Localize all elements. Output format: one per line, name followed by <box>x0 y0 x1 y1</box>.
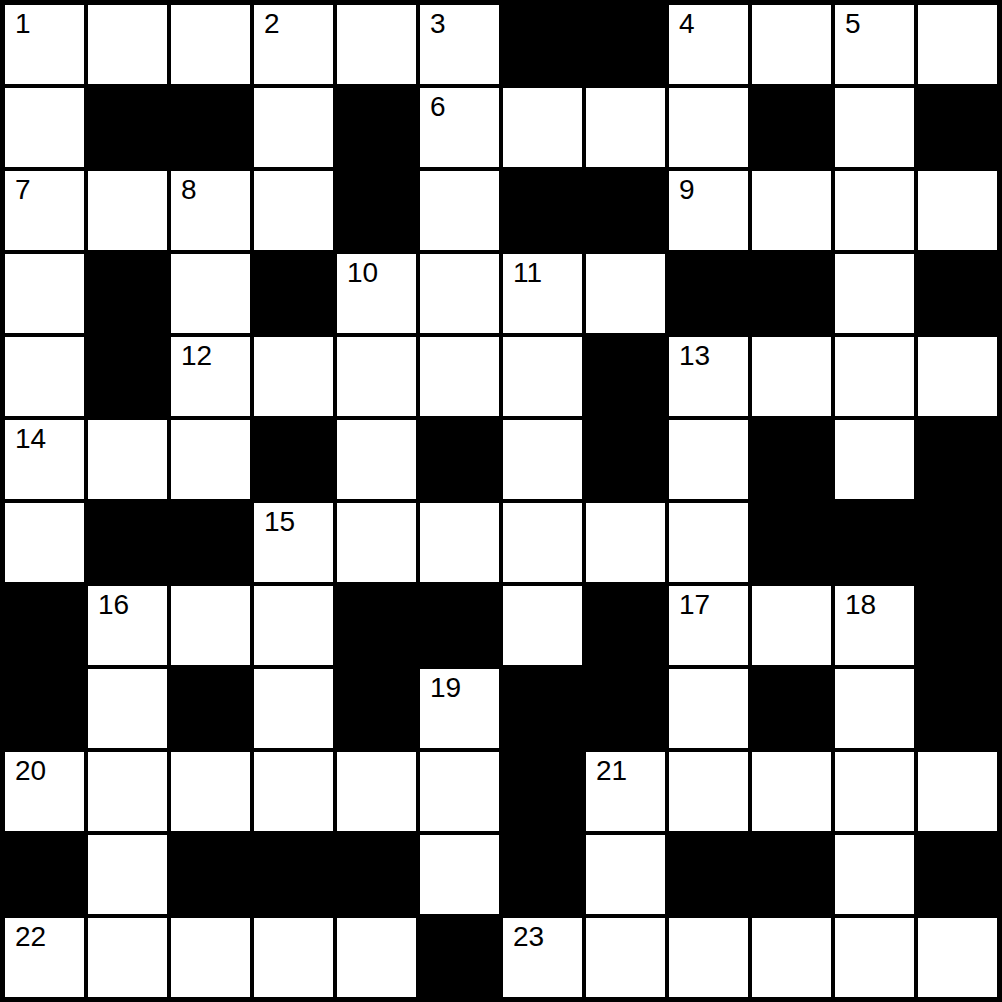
cell-2-4[interactable] <box>254 88 333 167</box>
clue-number-3: 3 <box>430 9 446 38</box>
block-4-12 <box>918 254 997 333</box>
cell-8-7[interactable] <box>503 586 582 665</box>
block-11-3 <box>171 835 250 914</box>
clue-number-11: 11 <box>513 258 542 287</box>
clue-number-12: 12 <box>181 341 212 370</box>
cell-3-10[interactable] <box>752 171 831 250</box>
cell-2-6[interactable]: 6 <box>420 88 499 167</box>
cell-12-1[interactable]: 22 <box>5 918 84 997</box>
clue-number-1: 1 <box>15 9 31 38</box>
cell-1-10[interactable] <box>752 5 831 84</box>
block-3-8 <box>586 171 665 250</box>
cell-3-2[interactable] <box>88 171 167 250</box>
block-8-5 <box>337 586 416 665</box>
block-8-8 <box>586 586 665 665</box>
cell-2-9[interactable] <box>669 88 748 167</box>
cell-5-1[interactable] <box>5 337 84 416</box>
cell-1-4[interactable]: 2 <box>254 5 333 84</box>
cell-2-11[interactable] <box>835 88 914 167</box>
block-1-8 <box>586 5 665 84</box>
cell-7-1[interactable] <box>5 503 84 582</box>
cell-3-11[interactable] <box>835 171 914 250</box>
block-2-5 <box>337 88 416 167</box>
block-4-2 <box>88 254 167 333</box>
cell-2-1[interactable] <box>5 88 84 167</box>
crossword-grid: 1234567891011121314151617181920212223 <box>0 0 1002 1002</box>
cell-12-5[interactable] <box>337 918 416 997</box>
clue-number-9: 9 <box>679 175 695 204</box>
cell-9-2[interactable] <box>88 669 167 748</box>
cell-8-3[interactable] <box>171 586 250 665</box>
block-4-9 <box>669 254 748 333</box>
block-11-1 <box>5 835 84 914</box>
cell-2-7[interactable] <box>503 88 582 167</box>
cell-7-6[interactable] <box>420 503 499 582</box>
cell-10-5[interactable] <box>337 752 416 831</box>
cell-3-3[interactable]: 8 <box>171 171 250 250</box>
block-6-4 <box>254 420 333 499</box>
block-9-3 <box>171 669 250 748</box>
block-6-10 <box>752 420 831 499</box>
cell-5-6[interactable] <box>420 337 499 416</box>
block-11-5 <box>337 835 416 914</box>
cell-11-6[interactable] <box>420 835 499 914</box>
cell-6-3[interactable] <box>171 420 250 499</box>
clue-number-23: 23 <box>513 922 544 951</box>
cell-12-8[interactable] <box>586 918 665 997</box>
clue-number-7: 7 <box>15 175 31 204</box>
cell-5-10[interactable] <box>752 337 831 416</box>
cell-6-7[interactable] <box>503 420 582 499</box>
clue-number-18: 18 <box>845 590 876 619</box>
clue-number-19: 19 <box>430 673 461 702</box>
cell-5-11[interactable] <box>835 337 914 416</box>
block-2-12 <box>918 88 997 167</box>
block-11-7 <box>503 835 582 914</box>
block-6-6 <box>420 420 499 499</box>
block-7-2 <box>88 503 167 582</box>
cell-8-10[interactable] <box>752 586 831 665</box>
cell-3-1[interactable]: 7 <box>5 171 84 250</box>
cell-10-3[interactable] <box>171 752 250 831</box>
block-9-10 <box>752 669 831 748</box>
cell-11-11[interactable] <box>835 835 914 914</box>
block-11-4 <box>254 835 333 914</box>
block-2-10 <box>752 88 831 167</box>
cell-8-9[interactable]: 17 <box>669 586 748 665</box>
cell-5-9[interactable]: 13 <box>669 337 748 416</box>
cell-6-11[interactable] <box>835 420 914 499</box>
cell-4-11[interactable] <box>835 254 914 333</box>
block-8-12 <box>918 586 997 665</box>
block-2-3 <box>171 88 250 167</box>
cell-10-4[interactable] <box>254 752 333 831</box>
clue-number-22: 22 <box>15 922 46 951</box>
cell-5-7[interactable] <box>503 337 582 416</box>
clue-number-16: 16 <box>98 590 129 619</box>
cell-4-3[interactable] <box>171 254 250 333</box>
cell-9-11[interactable] <box>835 669 914 748</box>
cell-4-7[interactable]: 11 <box>503 254 582 333</box>
block-4-4 <box>254 254 333 333</box>
cell-1-5[interactable] <box>337 5 416 84</box>
cell-11-8[interactable] <box>586 835 665 914</box>
block-7-10 <box>752 503 831 582</box>
cell-10-9[interactable] <box>669 752 748 831</box>
cell-5-3[interactable]: 12 <box>171 337 250 416</box>
cell-4-5[interactable]: 10 <box>337 254 416 333</box>
cell-11-2[interactable] <box>88 835 167 914</box>
cell-3-4[interactable] <box>254 171 333 250</box>
cell-9-9[interactable] <box>669 669 748 748</box>
cell-10-6[interactable] <box>420 752 499 831</box>
cell-12-12[interactable] <box>918 918 997 997</box>
clue-number-15: 15 <box>264 507 295 536</box>
cell-9-4[interactable] <box>254 669 333 748</box>
cell-8-11[interactable]: 18 <box>835 586 914 665</box>
block-6-12 <box>918 420 997 499</box>
cell-9-6[interactable]: 19 <box>420 669 499 748</box>
block-10-7 <box>503 752 582 831</box>
cell-1-1[interactable]: 1 <box>5 5 84 84</box>
cell-12-2[interactable] <box>88 918 167 997</box>
cell-6-1[interactable]: 14 <box>5 420 84 499</box>
cell-10-1[interactable]: 20 <box>5 752 84 831</box>
clue-number-8: 8 <box>181 175 197 204</box>
block-9-1 <box>5 669 84 748</box>
clue-number-17: 17 <box>679 590 710 619</box>
cell-5-4[interactable] <box>254 337 333 416</box>
clue-number-5: 5 <box>845 9 861 38</box>
cell-12-11[interactable] <box>835 918 914 997</box>
clue-number-10: 10 <box>347 258 378 287</box>
block-1-7 <box>503 5 582 84</box>
block-8-1 <box>5 586 84 665</box>
cell-10-2[interactable] <box>88 752 167 831</box>
block-2-2 <box>88 88 167 167</box>
block-5-2 <box>88 337 167 416</box>
cell-1-6[interactable]: 3 <box>420 5 499 84</box>
cell-4-8[interactable] <box>586 254 665 333</box>
block-8-6 <box>420 586 499 665</box>
cell-10-12[interactable] <box>918 752 997 831</box>
clue-number-2: 2 <box>264 9 280 38</box>
clue-number-20: 20 <box>15 756 46 785</box>
cell-12-4[interactable] <box>254 918 333 997</box>
cell-4-6[interactable] <box>420 254 499 333</box>
cell-8-2[interactable]: 16 <box>88 586 167 665</box>
cell-12-3[interactable] <box>171 918 250 997</box>
cell-10-8[interactable]: 21 <box>586 752 665 831</box>
block-11-9 <box>669 835 748 914</box>
cell-5-5[interactable] <box>337 337 416 416</box>
cell-12-10[interactable] <box>752 918 831 997</box>
cell-1-3[interactable] <box>171 5 250 84</box>
cell-3-12[interactable] <box>918 171 997 250</box>
clue-number-13: 13 <box>679 341 710 370</box>
cell-12-9[interactable] <box>669 918 748 997</box>
cell-4-1[interactable] <box>5 254 84 333</box>
cell-7-5[interactable] <box>337 503 416 582</box>
block-7-12 <box>918 503 997 582</box>
clue-number-14: 14 <box>15 424 46 453</box>
clue-number-6: 6 <box>430 92 446 121</box>
block-9-7 <box>503 669 582 748</box>
block-3-7 <box>503 171 582 250</box>
block-7-3 <box>171 503 250 582</box>
cell-3-6[interactable] <box>420 171 499 250</box>
block-6-8 <box>586 420 665 499</box>
block-9-8 <box>586 669 665 748</box>
block-7-11 <box>835 503 914 582</box>
cell-2-8[interactable] <box>586 88 665 167</box>
cell-6-5[interactable] <box>337 420 416 499</box>
cell-7-4[interactable]: 15 <box>254 503 333 582</box>
block-4-10 <box>752 254 831 333</box>
block-5-8 <box>586 337 665 416</box>
cell-10-10[interactable] <box>752 752 831 831</box>
cell-10-11[interactable] <box>835 752 914 831</box>
clue-number-4: 4 <box>679 9 695 38</box>
cell-7-8[interactable] <box>586 503 665 582</box>
block-9-12 <box>918 669 997 748</box>
block-11-10 <box>752 835 831 914</box>
cell-7-9[interactable] <box>669 503 748 582</box>
cell-8-4[interactable] <box>254 586 333 665</box>
cell-7-7[interactable] <box>503 503 582 582</box>
cell-12-7[interactable]: 23 <box>503 918 582 997</box>
cell-3-9[interactable]: 9 <box>669 171 748 250</box>
block-12-6 <box>420 918 499 997</box>
cell-1-11[interactable]: 5 <box>835 5 914 84</box>
cell-6-2[interactable] <box>88 420 167 499</box>
cell-6-9[interactable] <box>669 420 748 499</box>
cell-5-12[interactable] <box>918 337 997 416</box>
cell-1-12[interactable] <box>918 5 997 84</box>
cell-1-9[interactable]: 4 <box>669 5 748 84</box>
block-11-12 <box>918 835 997 914</box>
cell-1-2[interactable] <box>88 5 167 84</box>
block-3-5 <box>337 171 416 250</box>
block-9-5 <box>337 669 416 748</box>
clue-number-21: 21 <box>596 756 627 785</box>
